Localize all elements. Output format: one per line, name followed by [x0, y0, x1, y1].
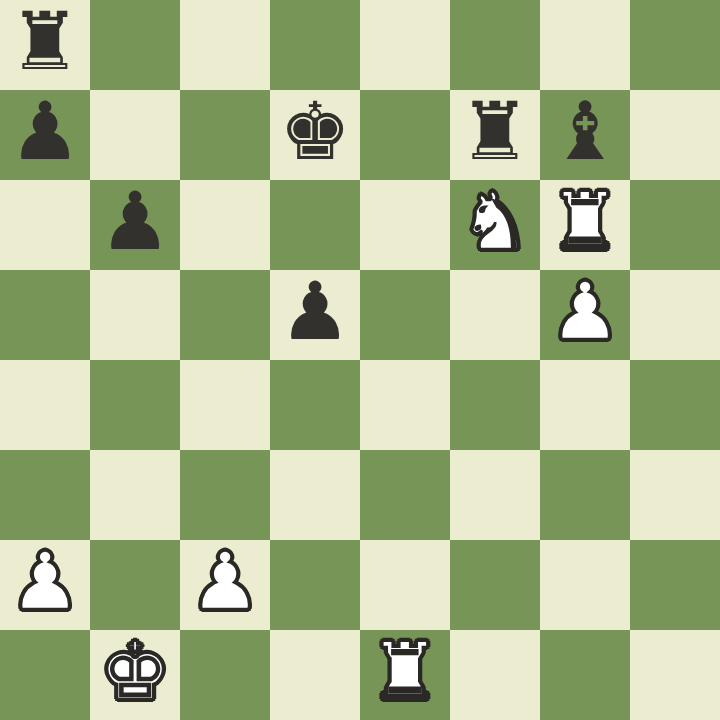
square-a5[interactable] — [0, 270, 90, 360]
square-f8[interactable] — [450, 0, 540, 90]
piece-white-king[interactable]: ♚ — [99, 627, 171, 717]
square-c8[interactable] — [180, 0, 270, 90]
square-h5[interactable] — [630, 270, 720, 360]
square-a8[interactable]: ♜ — [0, 0, 90, 90]
square-a6[interactable] — [0, 180, 90, 270]
square-e4[interactable] — [360, 360, 450, 450]
square-e1[interactable]: ♜ — [360, 630, 450, 720]
square-e2[interactable] — [360, 540, 450, 630]
square-b2[interactable] — [90, 540, 180, 630]
square-h3[interactable] — [630, 450, 720, 540]
piece-black-rook[interactable]: ♜ — [459, 87, 531, 177]
square-f6[interactable]: ♞ — [450, 180, 540, 270]
square-e5[interactable] — [360, 270, 450, 360]
square-b8[interactable] — [90, 0, 180, 90]
square-f7[interactable]: ♜ — [450, 90, 540, 180]
square-b1[interactable]: ♚ — [90, 630, 180, 720]
square-f1[interactable] — [450, 630, 540, 720]
piece-black-pawn[interactable]: ♟ — [279, 267, 351, 357]
square-e6[interactable] — [360, 180, 450, 270]
square-b3[interactable] — [90, 450, 180, 540]
square-g3[interactable] — [540, 450, 630, 540]
piece-white-rook[interactable]: ♜ — [369, 627, 441, 717]
square-h8[interactable] — [630, 0, 720, 90]
square-a4[interactable] — [0, 360, 90, 450]
square-g7[interactable]: ♝ — [540, 90, 630, 180]
square-a2[interactable]: ♟ — [0, 540, 90, 630]
square-d6[interactable] — [270, 180, 360, 270]
square-d4[interactable] — [270, 360, 360, 450]
piece-black-rook[interactable]: ♜ — [9, 0, 81, 87]
square-f3[interactable] — [450, 450, 540, 540]
square-e8[interactable] — [360, 0, 450, 90]
piece-black-king[interactable]: ♚ — [279, 87, 351, 177]
square-d2[interactable] — [270, 540, 360, 630]
piece-white-rook[interactable]: ♜ — [549, 177, 621, 267]
square-e3[interactable] — [360, 450, 450, 540]
square-g8[interactable] — [540, 0, 630, 90]
square-c4[interactable] — [180, 360, 270, 450]
piece-black-pawn[interactable]: ♟ — [9, 87, 81, 177]
square-d5[interactable]: ♟ — [270, 270, 360, 360]
square-h1[interactable] — [630, 630, 720, 720]
square-a7[interactable]: ♟ — [0, 90, 90, 180]
square-c6[interactable] — [180, 180, 270, 270]
square-g5[interactable]: ♟ — [540, 270, 630, 360]
square-g1[interactable] — [540, 630, 630, 720]
square-d7[interactable]: ♚ — [270, 90, 360, 180]
chess-board: ♜♟♚♜♝♟♞♜♟♟♟♟♚♜ — [0, 0, 720, 720]
square-b5[interactable] — [90, 270, 180, 360]
square-f2[interactable] — [450, 540, 540, 630]
square-f4[interactable] — [450, 360, 540, 450]
square-c5[interactable] — [180, 270, 270, 360]
piece-black-bishop[interactable]: ♝ — [549, 87, 621, 177]
square-b4[interactable] — [90, 360, 180, 450]
square-c3[interactable] — [180, 450, 270, 540]
piece-white-pawn[interactable]: ♟ — [549, 267, 621, 357]
piece-white-pawn[interactable]: ♟ — [9, 537, 81, 627]
piece-black-pawn[interactable]: ♟ — [99, 177, 171, 267]
square-h4[interactable] — [630, 360, 720, 450]
square-a3[interactable] — [0, 450, 90, 540]
piece-white-pawn[interactable]: ♟ — [189, 537, 261, 627]
square-g6[interactable]: ♜ — [540, 180, 630, 270]
square-c2[interactable]: ♟ — [180, 540, 270, 630]
square-d8[interactable] — [270, 0, 360, 90]
square-g2[interactable] — [540, 540, 630, 630]
square-f5[interactable] — [450, 270, 540, 360]
square-b6[interactable]: ♟ — [90, 180, 180, 270]
square-a1[interactable] — [0, 630, 90, 720]
square-h2[interactable] — [630, 540, 720, 630]
piece-white-knight[interactable]: ♞ — [459, 177, 531, 267]
square-b7[interactable] — [90, 90, 180, 180]
square-c1[interactable] — [180, 630, 270, 720]
square-c7[interactable] — [180, 90, 270, 180]
square-d1[interactable] — [270, 630, 360, 720]
square-d3[interactable] — [270, 450, 360, 540]
square-g4[interactable] — [540, 360, 630, 450]
square-e7[interactable] — [360, 90, 450, 180]
square-h7[interactable] — [630, 90, 720, 180]
square-h6[interactable] — [630, 180, 720, 270]
